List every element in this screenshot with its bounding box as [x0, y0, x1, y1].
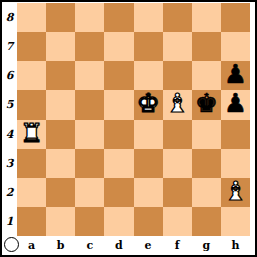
square-g4[interactable]	[192, 120, 221, 149]
square-b2[interactable]	[46, 178, 75, 207]
square-f6[interactable]	[163, 61, 192, 90]
square-d1[interactable]	[104, 207, 133, 236]
square-g2[interactable]	[192, 178, 221, 207]
rank-label-6: 6	[2, 61, 17, 90]
file-label-f: f	[163, 236, 192, 255]
file-label-a: a	[17, 236, 46, 255]
rank-labels: 87654321	[2, 3, 17, 236]
square-h4[interactable]	[221, 120, 250, 149]
file-label-h: h	[221, 236, 250, 255]
square-b3[interactable]	[46, 149, 75, 178]
square-b7[interactable]	[46, 32, 75, 61]
square-a6[interactable]	[17, 61, 46, 90]
square-h1[interactable]	[221, 207, 250, 236]
file-label-b: b	[46, 236, 75, 255]
square-h6[interactable]: ♟	[221, 61, 250, 90]
square-a8[interactable]	[17, 3, 46, 32]
square-b6[interactable]	[46, 61, 75, 90]
square-c8[interactable]	[75, 3, 104, 32]
square-b4[interactable]	[46, 120, 75, 149]
square-d7[interactable]	[104, 32, 133, 61]
square-h3[interactable]	[221, 149, 250, 178]
white-bishop-f5[interactable]: ♝	[166, 90, 189, 118]
square-c6[interactable]	[75, 61, 104, 90]
chess-diagram: 87654321 ♟♚♝♚♟♜♝ abcdefgh	[0, 0, 257, 257]
square-f4[interactable]	[163, 120, 192, 149]
white-rook-a4[interactable]: ♜	[20, 120, 43, 148]
square-e4[interactable]	[134, 120, 163, 149]
square-d4[interactable]	[104, 120, 133, 149]
square-a4[interactable]: ♜	[17, 120, 46, 149]
square-a3[interactable]	[17, 149, 46, 178]
square-f3[interactable]	[163, 149, 192, 178]
square-g7[interactable]	[192, 32, 221, 61]
board: ♟♚♝♚♟♜♝	[17, 3, 250, 236]
square-c2[interactable]	[75, 178, 104, 207]
square-a1[interactable]	[17, 207, 46, 236]
square-f1[interactable]	[163, 207, 192, 236]
square-f8[interactable]	[163, 3, 192, 32]
square-c3[interactable]	[75, 149, 104, 178]
square-d6[interactable]	[104, 61, 133, 90]
square-e3[interactable]	[134, 149, 163, 178]
square-g1[interactable]	[192, 207, 221, 236]
square-h8[interactable]	[221, 3, 250, 32]
square-f5[interactable]: ♝	[163, 90, 192, 119]
square-c7[interactable]	[75, 32, 104, 61]
black-king-g5[interactable]: ♚	[195, 90, 218, 118]
rank-label-1: 1	[2, 207, 17, 236]
black-pawn-h5[interactable]: ♟	[224, 90, 247, 118]
rank-label-5: 5	[2, 90, 17, 119]
square-g5[interactable]: ♚	[192, 90, 221, 119]
white-king-e5[interactable]: ♚	[136, 90, 159, 118]
square-f2[interactable]	[163, 178, 192, 207]
square-d8[interactable]	[104, 3, 133, 32]
square-g6[interactable]	[192, 61, 221, 90]
square-h2[interactable]: ♝	[221, 178, 250, 207]
square-d2[interactable]	[104, 178, 133, 207]
file-label-c: c	[75, 236, 104, 255]
square-g3[interactable]	[192, 149, 221, 178]
square-b8[interactable]	[46, 3, 75, 32]
square-f7[interactable]	[163, 32, 192, 61]
rank-label-3: 3	[2, 149, 17, 178]
square-a7[interactable]	[17, 32, 46, 61]
square-e8[interactable]	[134, 3, 163, 32]
white-to-move-indicator	[4, 237, 19, 252]
rank-label-4: 4	[2, 120, 17, 149]
square-e6[interactable]	[134, 61, 163, 90]
square-c5[interactable]	[75, 90, 104, 119]
square-e1[interactable]	[134, 207, 163, 236]
square-b5[interactable]	[46, 90, 75, 119]
square-b1[interactable]	[46, 207, 75, 236]
square-e7[interactable]	[134, 32, 163, 61]
file-label-e: e	[134, 236, 163, 255]
square-g8[interactable]	[192, 3, 221, 32]
file-labels: abcdefgh	[17, 236, 250, 255]
square-c4[interactable]	[75, 120, 104, 149]
white-bishop-h2[interactable]: ♝	[224, 178, 247, 206]
square-d3[interactable]	[104, 149, 133, 178]
rank-label-2: 2	[2, 178, 17, 207]
rank-label-8: 8	[2, 3, 17, 32]
square-h7[interactable]	[221, 32, 250, 61]
square-d5[interactable]	[104, 90, 133, 119]
square-c1[interactable]	[75, 207, 104, 236]
square-e5[interactable]: ♚	[134, 90, 163, 119]
file-label-d: d	[104, 236, 133, 255]
square-a2[interactable]	[17, 178, 46, 207]
file-label-g: g	[192, 236, 221, 255]
rank-label-7: 7	[2, 32, 17, 61]
black-pawn-h6[interactable]: ♟	[224, 61, 247, 89]
square-a5[interactable]	[17, 90, 46, 119]
square-e2[interactable]	[134, 178, 163, 207]
square-h5[interactable]: ♟	[221, 90, 250, 119]
